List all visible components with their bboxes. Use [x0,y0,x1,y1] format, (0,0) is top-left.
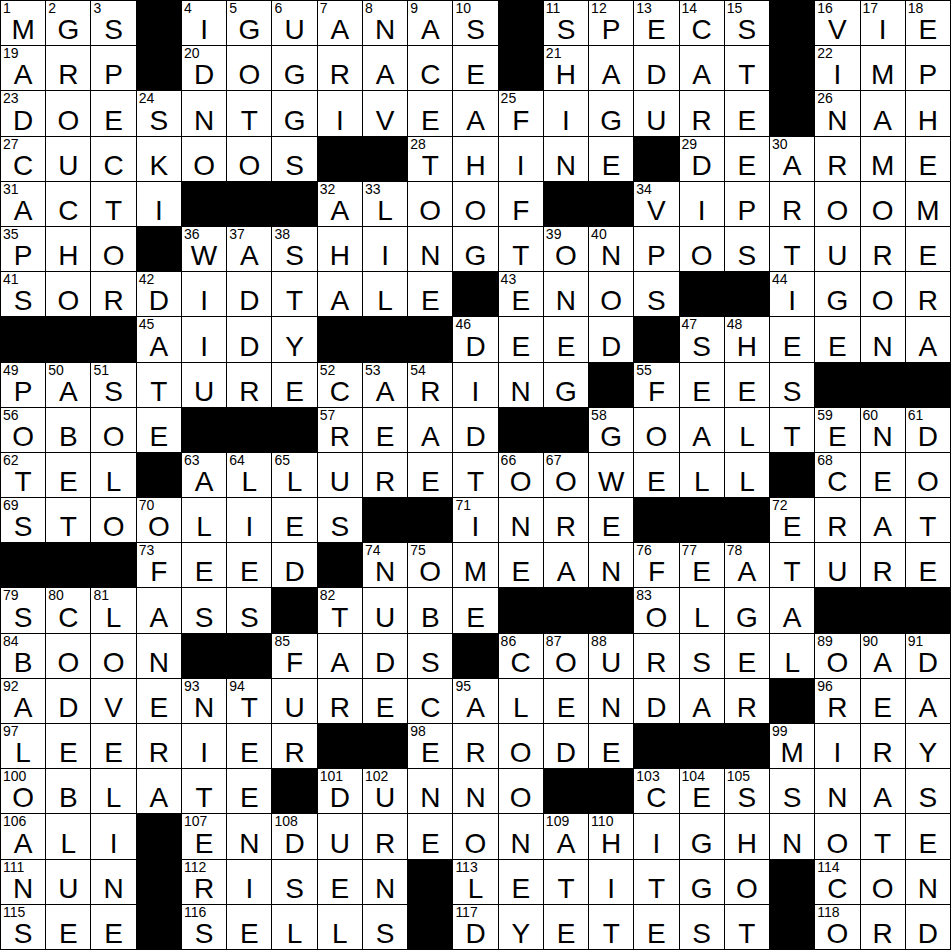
letter-cell[interactable]: 41S [1,272,45,316]
letter-cell[interactable]: E [363,408,407,452]
letter-cell[interactable]: T [544,860,588,904]
letter-cell[interactable]: D [589,317,633,361]
letter-cell[interactable]: 2G [46,1,90,45]
letter-cell[interactable]: Y [906,724,950,768]
letter-cell[interactable]: 98E [408,724,452,768]
letter-cell[interactable]: 20D [182,46,226,90]
letter-cell[interactable]: R [453,724,497,768]
letter-cell[interactable]: T [725,46,769,90]
letter-cell[interactable]: D [634,46,678,90]
letter-cell[interactable]: S [318,498,362,542]
letter-cell[interactable]: U [634,91,678,135]
letter-cell[interactable]: R [363,814,407,858]
letter-cell[interactable]: W [589,453,633,497]
letter-cell[interactable]: O [499,724,543,768]
letter-cell[interactable]: I [137,182,181,226]
letter-cell[interactable]: A [680,46,724,90]
letter-cell[interactable]: R [272,724,316,768]
letter-cell[interactable]: L [363,272,407,316]
letter-cell[interactable]: 71I [453,498,497,542]
letter-cell[interactable]: U [815,227,859,271]
letter-cell[interactable]: E [589,724,633,768]
letter-cell[interactable]: 66O [499,453,543,497]
letter-cell[interactable]: T [499,227,543,271]
letter-cell[interactable]: P [906,46,950,90]
letter-cell[interactable]: O [227,46,271,90]
letter-cell[interactable]: U [318,453,362,497]
letter-cell[interactable]: I [227,498,271,542]
letter-cell[interactable]: 42D [137,272,181,316]
letter-cell[interactable]: O [499,769,543,813]
letter-cell[interactable]: E [544,317,588,361]
letter-cell[interactable]: M [861,46,905,90]
letter-cell[interactable]: T [634,860,678,904]
letter-cell[interactable]: L [91,769,135,813]
letter-cell[interactable]: P [725,182,769,226]
letter-cell[interactable]: 91D [906,634,950,678]
letter-cell[interactable]: E [182,543,226,587]
letter-cell[interactable]: R [91,272,135,316]
letter-cell[interactable]: N [589,543,633,587]
letter-cell[interactable]: M [906,182,950,226]
letter-cell[interactable]: E [725,634,769,678]
letter-cell[interactable]: S [725,227,769,271]
letter-cell[interactable]: 75O [408,543,452,587]
letter-cell[interactable]: E [408,453,452,497]
letter-cell[interactable]: O [680,227,724,271]
letter-cell[interactable]: T [906,498,950,542]
letter-cell[interactable]: E [544,679,588,723]
letter-cell[interactable]: N [453,769,497,813]
letter-cell[interactable]: O [634,408,678,452]
letter-cell[interactable]: T [861,814,905,858]
letter-cell[interactable]: 82T [318,588,362,632]
letter-cell[interactable]: 36W [182,227,226,271]
letter-cell[interactable]: 103C [634,769,678,813]
letter-cell[interactable]: L [725,408,769,452]
letter-cell[interactable]: N [499,363,543,407]
letter-cell[interactable]: E [725,91,769,135]
letter-cell[interactable]: 23D [1,91,45,135]
letter-cell[interactable]: 1M [1,1,45,45]
letter-cell[interactable]: E [634,905,678,949]
letter-cell[interactable]: I [634,814,678,858]
letter-cell[interactable]: 118O [815,905,859,949]
letter-cell[interactable]: F [499,182,543,226]
letter-cell[interactable]: R [680,91,724,135]
letter-cell[interactable]: D [227,272,271,316]
letter-cell[interactable]: G [544,363,588,407]
letter-cell[interactable]: L [91,453,135,497]
letter-cell[interactable]: D [906,905,950,949]
letter-cell[interactable]: 87O [544,634,588,678]
letter-cell[interactable]: A [544,543,588,587]
letter-cell[interactable]: A [861,769,905,813]
letter-cell[interactable]: 65L [272,453,316,497]
letter-cell[interactable]: O [453,814,497,858]
letter-cell[interactable]: 16V [815,1,859,45]
letter-cell[interactable]: 60N [861,408,905,452]
letter-cell[interactable]: 8N [363,1,407,45]
letter-cell[interactable]: 69S [1,498,45,542]
letter-cell[interactable]: 25F [499,91,543,135]
letter-cell[interactable]: E [408,272,452,316]
letter-cell[interactable]: 52C [318,363,362,407]
letter-cell[interactable]: S [680,634,724,678]
letter-cell[interactable]: 77E [680,543,724,587]
letter-cell[interactable]: 37A [227,227,271,271]
letter-cell[interactable]: E [815,317,859,361]
letter-cell[interactable]: E [861,453,905,497]
letter-cell[interactable]: N [499,498,543,542]
letter-cell[interactable]: M [861,137,905,181]
letter-cell[interactable]: V [91,679,135,723]
letter-cell[interactable]: 61D [906,408,950,452]
letter-cell[interactable]: G [680,860,724,904]
letter-cell[interactable]: V [363,91,407,135]
letter-cell[interactable]: E [227,724,271,768]
letter-cell[interactable]: 85F [272,634,316,678]
letter-cell[interactable]: R [363,453,407,497]
letter-cell[interactable]: T [272,272,316,316]
letter-cell[interactable]: 48H [725,317,769,361]
letter-cell[interactable]: A [861,91,905,135]
letter-cell[interactable]: R [634,634,678,678]
letter-cell[interactable]: U [272,679,316,723]
letter-cell[interactable]: E [91,905,135,949]
letter-cell[interactable]: I [453,363,497,407]
letter-cell[interactable]: A [408,408,452,452]
letter-cell[interactable]: E [227,905,271,949]
letter-cell[interactable]: T [182,769,226,813]
letter-cell[interactable]: 68C [815,453,859,497]
letter-cell[interactable]: S [770,363,814,407]
letter-cell[interactable]: R [861,227,905,271]
letter-cell[interactable]: A [137,588,181,632]
letter-cell[interactable]: 57R [318,408,362,452]
letter-cell[interactable]: 64L [227,453,271,497]
letter-cell[interactable]: H [453,137,497,181]
letter-cell[interactable]: I [499,137,543,181]
letter-cell[interactable]: E [680,363,724,407]
letter-cell[interactable]: O [46,91,90,135]
letter-cell[interactable]: 30A [770,137,814,181]
letter-cell[interactable]: A [318,634,362,678]
letter-cell[interactable]: 54R [408,363,452,407]
letter-cell[interactable]: O [861,860,905,904]
letter-cell[interactable]: 89O [815,634,859,678]
letter-cell[interactable]: N [815,769,859,813]
letter-cell[interactable]: A [589,46,633,90]
letter-cell[interactable]: S [906,769,950,813]
letter-cell[interactable]: 104E [680,769,724,813]
letter-cell[interactable]: 13E [634,1,678,45]
letter-cell[interactable]: S [182,588,226,632]
letter-cell[interactable]: 93N [182,679,226,723]
letter-cell[interactable]: S [227,588,271,632]
letter-cell[interactable]: E [589,137,633,181]
letter-cell[interactable]: 58G [589,408,633,452]
letter-cell[interactable]: 29D [680,137,724,181]
letter-cell[interactable]: 12P [589,1,633,45]
letter-cell[interactable]: T [589,905,633,949]
letter-cell[interactable]: I [589,860,633,904]
letter-cell[interactable]: 96R [815,679,859,723]
letter-cell[interactable]: 7A [318,1,362,45]
letter-cell[interactable]: 11S [544,1,588,45]
letter-cell[interactable]: E [861,679,905,723]
letter-cell[interactable]: 3S [91,1,135,45]
letter-cell[interactable]: S [680,905,724,949]
letter-cell[interactable]: L [770,634,814,678]
letter-cell[interactable]: 90A [861,634,905,678]
letter-cell[interactable]: D [46,679,90,723]
letter-cell[interactable]: N [906,860,950,904]
letter-cell[interactable]: R [725,679,769,723]
letter-cell[interactable]: R [227,363,271,407]
letter-cell[interactable]: A [363,46,407,90]
letter-cell[interactable]: 24S [137,91,181,135]
letter-cell[interactable]: N [861,317,905,361]
letter-cell[interactable]: O [861,182,905,226]
letter-cell[interactable]: O [453,182,497,226]
letter-cell[interactable]: 99M [770,724,814,768]
letter-cell[interactable]: U [46,860,90,904]
letter-cell[interactable]: R [861,905,905,949]
letter-cell[interactable]: H [725,814,769,858]
letter-cell[interactable]: B [408,588,452,632]
letter-cell[interactable]: C [408,679,452,723]
letter-cell[interactable]: 18E [906,1,950,45]
letter-cell[interactable]: 107E [182,814,226,858]
letter-cell[interactable]: H [318,227,362,271]
letter-cell[interactable]: 27C [1,137,45,181]
letter-cell[interactable]: 5G [227,1,271,45]
letter-cell[interactable]: U [363,588,407,632]
letter-cell[interactable]: E [499,860,543,904]
letter-cell[interactable]: A [906,317,950,361]
letter-cell[interactable]: O [589,272,633,316]
letter-cell[interactable]: O [46,272,90,316]
letter-cell[interactable]: E [46,905,90,949]
letter-cell[interactable]: N [408,769,452,813]
letter-cell[interactable]: E [46,453,90,497]
letter-cell[interactable]: 114C [815,860,859,904]
letter-cell[interactable]: S [363,905,407,949]
letter-cell[interactable]: 84B [1,634,45,678]
letter-cell[interactable]: A [453,91,497,135]
letter-cell[interactable]: 72E [770,498,814,542]
letter-cell[interactable]: R [815,498,859,542]
letter-cell[interactable]: T [725,905,769,949]
letter-cell[interactable]: 115S [1,905,45,949]
letter-cell[interactable]: Y [499,905,543,949]
letter-cell[interactable]: 32A [318,182,362,226]
letter-cell[interactable]: T [453,453,497,497]
letter-cell[interactable]: T [91,182,135,226]
letter-cell[interactable]: R [906,272,950,316]
letter-cell[interactable]: N [91,860,135,904]
letter-cell[interactable]: I [182,317,226,361]
letter-cell[interactable]: R [544,498,588,542]
letter-cell[interactable]: 55F [634,363,678,407]
letter-cell[interactable]: 14C [680,1,724,45]
letter-cell[interactable]: I [318,91,362,135]
letter-cell[interactable]: S [634,272,678,316]
letter-cell[interactable]: O [182,137,226,181]
letter-cell[interactable]: 81L [91,588,135,632]
letter-cell[interactable]: 108D [272,814,316,858]
letter-cell[interactable]: L [272,905,316,949]
letter-cell[interactable]: 106A [1,814,45,858]
letter-cell[interactable]: O [91,408,135,452]
letter-cell[interactable]: G [815,272,859,316]
letter-cell[interactable]: P [634,227,678,271]
letter-cell[interactable]: 56O [1,408,45,452]
letter-cell[interactable]: R [815,137,859,181]
letter-cell[interactable]: I [363,227,407,271]
letter-cell[interactable]: 78A [725,543,769,587]
letter-cell[interactable]: 45A [137,317,181,361]
letter-cell[interactable]: 10S [453,1,497,45]
letter-cell[interactable]: A [318,272,362,316]
letter-cell[interactable]: R [137,724,181,768]
letter-cell[interactable]: T [227,91,271,135]
letter-cell[interactable]: S [770,769,814,813]
letter-cell[interactable]: I [182,724,226,768]
letter-cell[interactable]: 63A [182,453,226,497]
letter-cell[interactable]: A [906,679,950,723]
letter-cell[interactable]: O [906,453,950,497]
letter-cell[interactable]: T [46,498,90,542]
letter-cell[interactable]: D [272,543,316,587]
letter-cell[interactable]: B [46,408,90,452]
letter-cell[interactable]: E [46,724,90,768]
letter-cell[interactable]: G [272,91,316,135]
letter-cell[interactable]: 6U [272,1,316,45]
letter-cell[interactable]: 38S [272,227,316,271]
letter-cell[interactable]: 4I [182,1,226,45]
letter-cell[interactable]: A [680,679,724,723]
letter-cell[interactable]: N [363,860,407,904]
letter-cell[interactable]: 86C [499,634,543,678]
letter-cell[interactable]: E [634,453,678,497]
letter-cell[interactable]: 100O [1,769,45,813]
letter-cell[interactable]: E [906,814,950,858]
letter-cell[interactable]: 35P [1,227,45,271]
letter-cell[interactable]: O [91,227,135,271]
letter-cell[interactable]: E [453,46,497,90]
letter-cell[interactable]: L [680,453,724,497]
letter-cell[interactable]: D [363,634,407,678]
letter-cell[interactable]: A [680,408,724,452]
letter-cell[interactable]: E [91,724,135,768]
letter-cell[interactable]: 21H [544,46,588,90]
letter-cell[interactable]: E [770,317,814,361]
letter-cell[interactable]: 22I [815,46,859,90]
letter-cell[interactable]: R [861,543,905,587]
letter-cell[interactable]: 43E [499,272,543,316]
letter-cell[interactable]: 53A [363,363,407,407]
letter-cell[interactable]: T [770,408,814,452]
letter-cell[interactable]: I [680,182,724,226]
letter-cell[interactable]: U [318,814,362,858]
letter-cell[interactable]: 59E [815,408,859,452]
letter-cell[interactable]: 117D [453,905,497,949]
letter-cell[interactable]: 116S [182,905,226,949]
letter-cell[interactable]: 95A [453,679,497,723]
letter-cell[interactable]: E [408,814,452,858]
letter-cell[interactable]: N [227,814,271,858]
letter-cell[interactable]: E [906,227,950,271]
letter-cell[interactable]: E [272,498,316,542]
letter-cell[interactable]: C [46,182,90,226]
letter-cell[interactable]: G [272,46,316,90]
letter-cell[interactable]: 110H [589,814,633,858]
letter-cell[interactable]: C [91,137,135,181]
letter-cell[interactable]: E [453,588,497,632]
letter-cell[interactable]: O [91,634,135,678]
letter-cell[interactable]: L [680,588,724,632]
letter-cell[interactable]: S [272,137,316,181]
letter-cell[interactable]: 112R [182,860,226,904]
letter-cell[interactable]: O [815,182,859,226]
letter-cell[interactable]: 83O [634,588,678,632]
letter-cell[interactable]: U [815,543,859,587]
letter-cell[interactable]: G [680,814,724,858]
letter-cell[interactable]: E [725,137,769,181]
letter-cell[interactable]: G [725,588,769,632]
letter-cell[interactable]: 40N [589,227,633,271]
letter-cell[interactable]: 92A [1,679,45,723]
letter-cell[interactable]: 79S [1,588,45,632]
letter-cell[interactable]: E [272,363,316,407]
letter-cell[interactable]: H [46,227,90,271]
letter-cell[interactable]: 74N [363,543,407,587]
letter-cell[interactable]: C [408,46,452,90]
letter-cell[interactable]: 50A [46,363,90,407]
letter-cell[interactable]: L [46,814,90,858]
letter-cell[interactable]: I [91,814,135,858]
letter-cell[interactable]: I [227,860,271,904]
letter-cell[interactable]: D [453,408,497,452]
letter-cell[interactable]: O [861,272,905,316]
letter-cell[interactable]: H [906,91,950,135]
letter-cell[interactable]: O [815,814,859,858]
letter-cell[interactable]: E [906,137,950,181]
letter-cell[interactable]: E [137,408,181,452]
letter-cell[interactable]: E [499,543,543,587]
letter-cell[interactable]: 111N [1,860,45,904]
letter-cell[interactable]: E [725,363,769,407]
letter-cell[interactable]: 101D [318,769,362,813]
letter-cell[interactable]: 102U [363,769,407,813]
letter-cell[interactable]: N [589,679,633,723]
letter-cell[interactable]: N [408,227,452,271]
letter-cell[interactable]: E [91,91,135,135]
letter-cell[interactable]: G [453,227,497,271]
letter-cell[interactable]: E [906,543,950,587]
letter-cell[interactable]: 73F [137,543,181,587]
letter-cell[interactable]: S [272,860,316,904]
letter-cell[interactable]: N [770,814,814,858]
letter-cell[interactable]: U [182,363,226,407]
letter-cell[interactable]: L [318,905,362,949]
letter-cell[interactable]: I [182,272,226,316]
letter-cell[interactable]: 67O [544,453,588,497]
letter-cell[interactable]: 76F [634,543,678,587]
letter-cell[interactable]: 80C [46,588,90,632]
